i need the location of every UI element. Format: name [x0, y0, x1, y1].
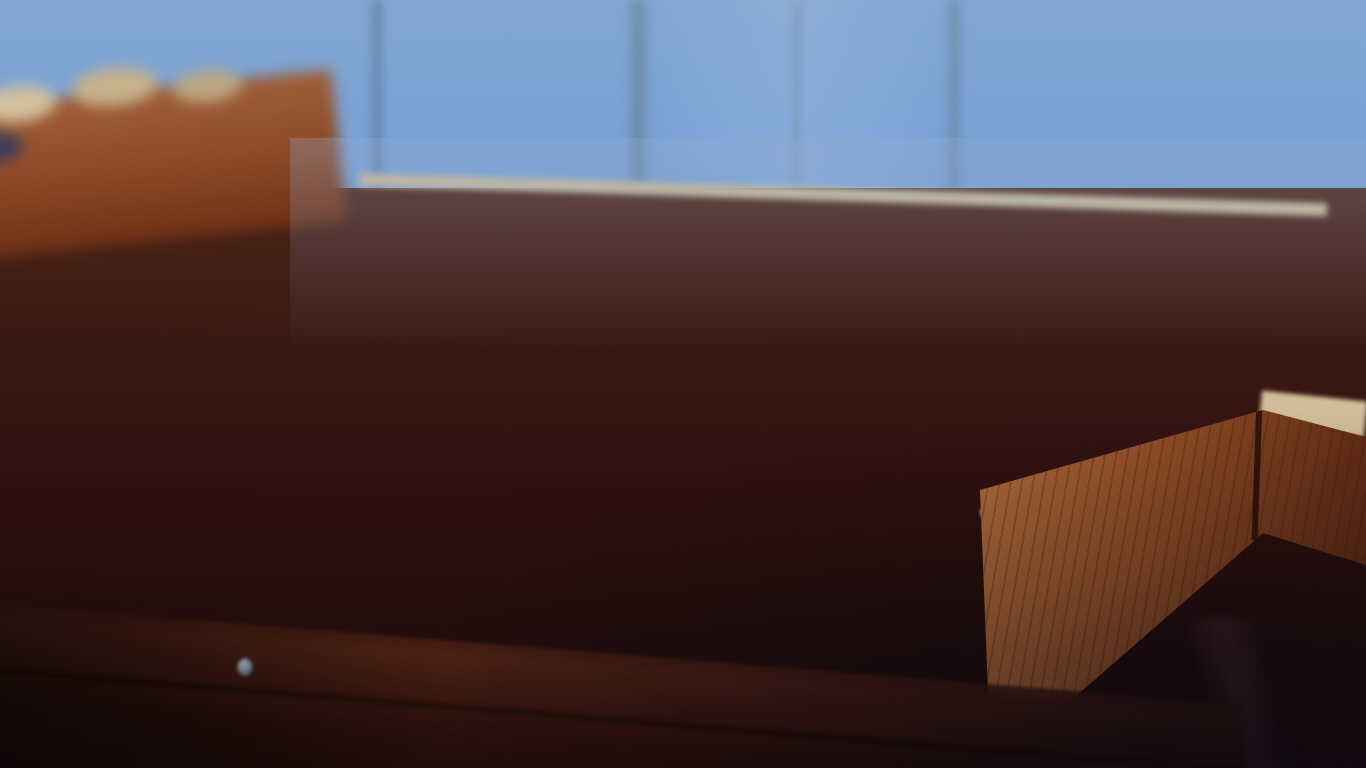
scene [0, 0, 1366, 768]
board-far-rim [359, 173, 1327, 216]
board-fold-seam [163, 330, 1262, 391]
